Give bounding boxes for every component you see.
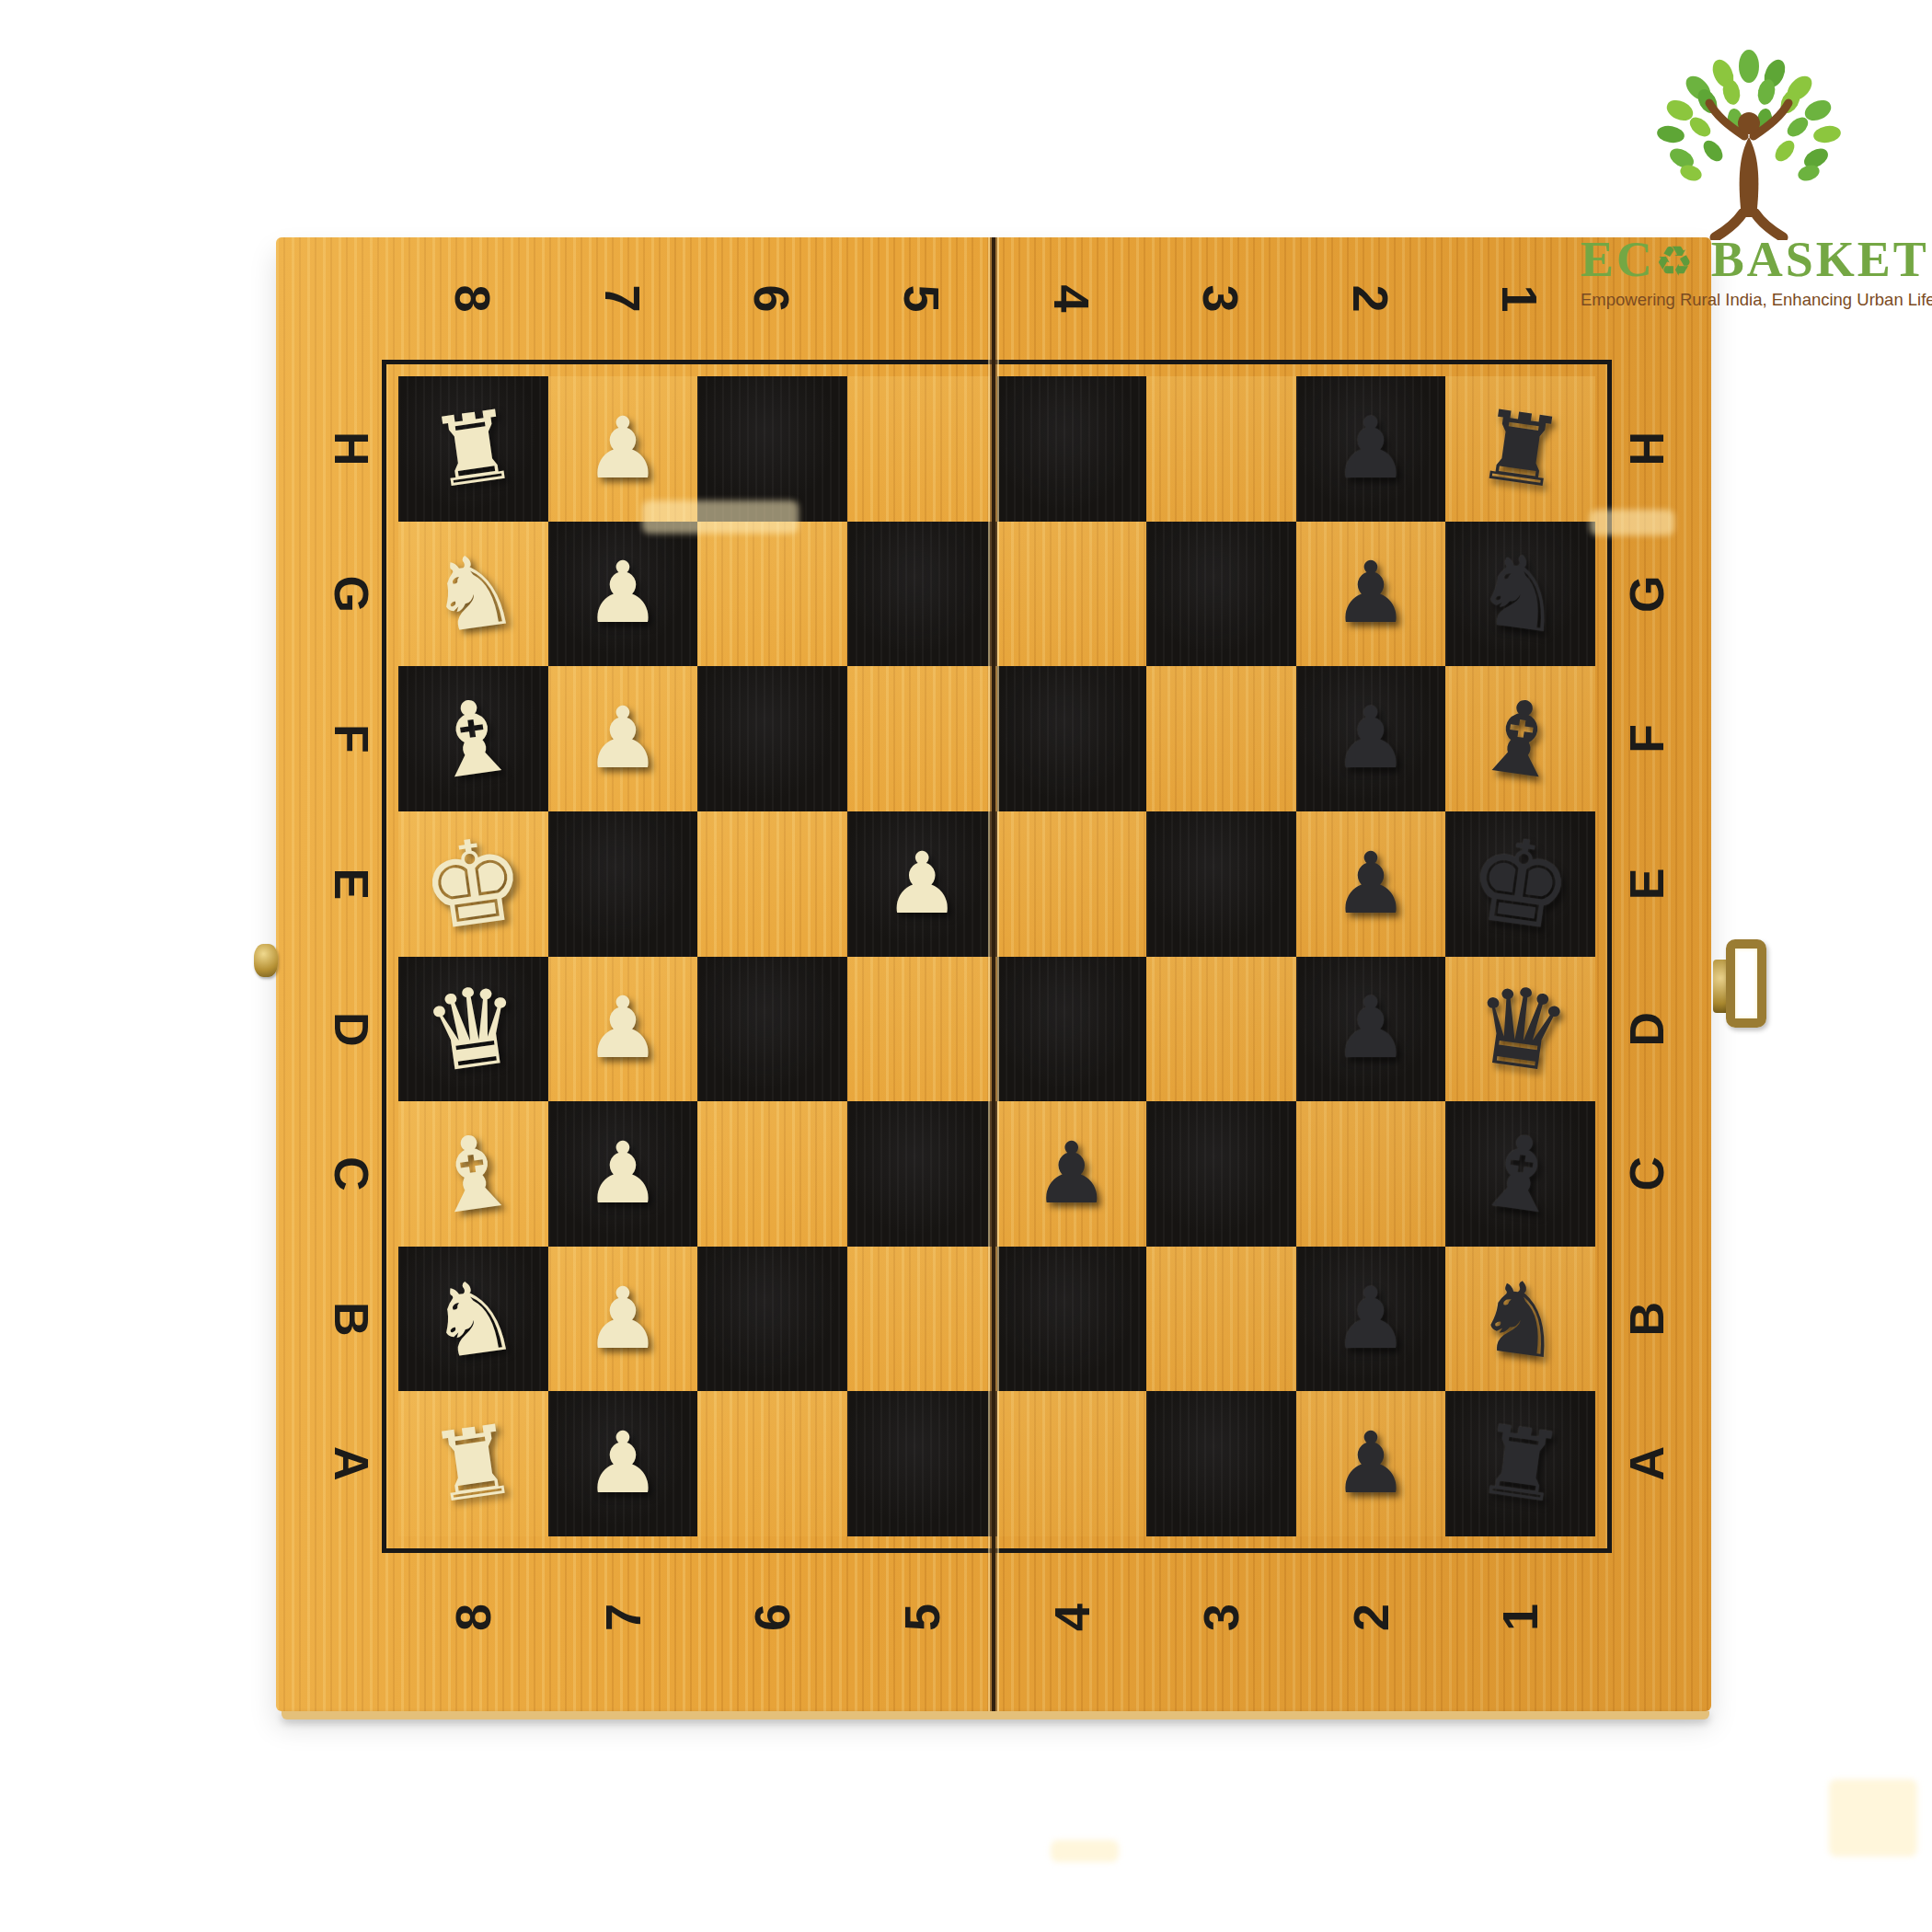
black-pawn-a2[interactable]: ♟ [1333, 1421, 1409, 1506]
square-a6[interactable] [697, 1391, 847, 1536]
rank-label-3: 3 [1156, 1543, 1285, 1693]
square-g5[interactable] [847, 522, 997, 667]
square-b7[interactable]: ♟ [548, 1247, 698, 1392]
white-pawn-d7[interactable]: ♟ [585, 986, 661, 1071]
square-h4[interactable] [997, 376, 1147, 522]
square-d7[interactable]: ♟ [548, 957, 698, 1102]
square-b8[interactable]: ♞ [398, 1247, 548, 1392]
white-pawn-f7[interactable]: ♟ [585, 696, 661, 781]
square-e4[interactable] [997, 811, 1147, 957]
black-pawn-e2[interactable]: ♟ [1333, 842, 1409, 926]
black-king-e1[interactable]: ♚ [1461, 819, 1580, 948]
square-g3[interactable] [1146, 522, 1296, 667]
white-queen-d8[interactable]: ♛ [418, 969, 529, 1090]
eco-basket-logo: EC♻ BASKET Empowering Rural India, Enhan… [1581, 42, 1917, 310]
square-b6[interactable] [697, 1247, 847, 1392]
wood-scuff [1829, 1779, 1917, 1857]
rank-label-5: 5 [857, 1543, 986, 1693]
rank-label-5: 5 [861, 224, 983, 374]
wood-scuff [642, 500, 799, 534]
square-e5[interactable]: ♟ [847, 811, 997, 957]
square-g2[interactable]: ♟ [1296, 522, 1446, 667]
square-a5[interactable] [847, 1391, 997, 1536]
white-bishop-c8[interactable]: ♝ [421, 1118, 525, 1231]
rank-label-4: 4 [1007, 1543, 1136, 1693]
black-rook-h1[interactable]: ♜ [1471, 396, 1570, 502]
white-knight-b8[interactable]: ♞ [422, 1263, 524, 1374]
fold-hinge [988, 237, 999, 1711]
rank-label-3: 3 [1160, 224, 1282, 374]
square-c2[interactable] [1296, 1101, 1446, 1247]
clasp-loop [1726, 939, 1766, 1028]
rank-label-8: 8 [412, 224, 535, 374]
square-a7[interactable]: ♟ [548, 1391, 698, 1536]
square-b4[interactable] [997, 1247, 1147, 1392]
white-king-e8[interactable]: ♚ [414, 819, 533, 948]
square-g4[interactable] [997, 522, 1147, 667]
square-d4[interactable] [997, 957, 1147, 1102]
logo-tree-icon [1597, 42, 1901, 240]
black-bishop-f1[interactable]: ♝ [1468, 683, 1572, 796]
square-a1[interactable]: ♜ [1445, 1391, 1595, 1536]
white-bishop-f8[interactable]: ♝ [421, 683, 525, 796]
square-f7[interactable]: ♟ [548, 666, 698, 811]
square-c7[interactable]: ♟ [548, 1101, 698, 1247]
product-photo: 87654321 87654321 HGFEDCBA HGFEDCBA ♜♟♟♜… [0, 0, 1932, 1932]
black-knight-b1[interactable]: ♞ [1469, 1263, 1571, 1374]
square-b3[interactable] [1146, 1247, 1296, 1392]
square-d8[interactable]: ♛ [398, 957, 548, 1102]
rank-label-7: 7 [558, 1543, 687, 1693]
file-labels-left: HGFEDCBA [315, 376, 388, 1536]
square-h2[interactable]: ♟ [1296, 376, 1446, 522]
black-knight-g1[interactable]: ♞ [1469, 538, 1571, 649]
rank-label-4: 4 [1010, 224, 1133, 374]
square-e1[interactable]: ♚ [1445, 811, 1595, 957]
square-c3[interactable] [1146, 1101, 1296, 1247]
square-a3[interactable] [1146, 1391, 1296, 1536]
square-e7[interactable] [548, 811, 698, 957]
square-h1[interactable]: ♜ [1445, 376, 1595, 522]
black-pawn-g2[interactable]: ♟ [1333, 551, 1409, 636]
square-h5[interactable] [847, 376, 997, 522]
square-c8[interactable]: ♝ [398, 1101, 548, 1247]
square-f8[interactable]: ♝ [398, 666, 548, 811]
square-e8[interactable]: ♚ [398, 811, 548, 957]
square-h6[interactable] [697, 376, 847, 522]
square-a4[interactable] [997, 1391, 1147, 1536]
wood-scuff [1590, 510, 1674, 535]
brand-tagline: Empowering Rural India, Enhancing Urban … [1581, 290, 1917, 310]
black-pawn-c4[interactable]: ♟ [1034, 1132, 1110, 1216]
rank-label-7: 7 [561, 224, 684, 374]
square-a8[interactable]: ♜ [398, 1391, 548, 1536]
square-d1[interactable]: ♛ [1445, 957, 1595, 1102]
square-b2[interactable]: ♟ [1296, 1247, 1446, 1392]
rank-label-1: 1 [1456, 1543, 1585, 1693]
square-e2[interactable]: ♟ [1296, 811, 1446, 957]
square-d6[interactable] [697, 957, 847, 1102]
square-b1[interactable]: ♞ [1445, 1247, 1595, 1392]
rank-label-2: 2 [1306, 1543, 1435, 1693]
wood-scuff [1051, 1840, 1119, 1862]
square-f3[interactable] [1146, 666, 1296, 811]
white-pawn-c7[interactable]: ♟ [585, 1132, 661, 1216]
chess-board: 87654321 87654321 HGFEDCBA HGFEDCBA ♜♟♟♜… [276, 237, 1711, 1711]
black-pawn-b2[interactable]: ♟ [1333, 1277, 1409, 1362]
rank-label-8: 8 [408, 1543, 537, 1693]
square-d3[interactable] [1146, 957, 1296, 1102]
square-a2[interactable]: ♟ [1296, 1391, 1446, 1536]
white-knight-g8[interactable]: ♞ [422, 538, 524, 649]
white-rook-h8[interactable]: ♜ [424, 396, 523, 502]
square-c5[interactable] [847, 1101, 997, 1247]
square-h7[interactable]: ♟ [548, 376, 698, 522]
square-f2[interactable]: ♟ [1296, 666, 1446, 811]
white-pawn-a7[interactable]: ♟ [585, 1421, 661, 1506]
rank-label-1: 1 [1459, 224, 1581, 374]
square-g1[interactable]: ♞ [1445, 522, 1595, 667]
square-e3[interactable] [1146, 811, 1296, 957]
rank-label-6: 6 [711, 224, 834, 374]
square-c1[interactable]: ♝ [1445, 1101, 1595, 1247]
square-b5[interactable] [847, 1247, 997, 1392]
white-pawn-g7[interactable]: ♟ [585, 551, 661, 636]
square-d5[interactable] [847, 957, 997, 1102]
black-pawn-d2[interactable]: ♟ [1333, 986, 1409, 1071]
square-g8[interactable]: ♞ [398, 522, 548, 667]
rank-label-2: 2 [1310, 224, 1432, 374]
square-c6[interactable] [697, 1101, 847, 1247]
square-h3[interactable] [1146, 376, 1296, 522]
square-f6[interactable] [697, 666, 847, 811]
square-f1[interactable]: ♝ [1445, 666, 1595, 811]
square-g6[interactable] [697, 522, 847, 667]
white-pawn-e5[interactable]: ♟ [884, 842, 960, 926]
file-labels-right: HGFEDCBA [1612, 376, 1682, 1536]
square-g7[interactable]: ♟ [548, 522, 698, 667]
black-bishop-c1[interactable]: ♝ [1468, 1118, 1572, 1231]
square-h8[interactable]: ♜ [398, 376, 548, 522]
brass-hinge-pin [254, 944, 278, 977]
black-pawn-f2[interactable]: ♟ [1333, 696, 1409, 781]
black-rook-a1[interactable]: ♜ [1471, 1410, 1570, 1517]
square-d2[interactable]: ♟ [1296, 957, 1446, 1102]
black-pawn-h2[interactable]: ♟ [1333, 407, 1409, 491]
brass-clasp [1713, 934, 1779, 1037]
brand-name: EC♻ BASKET [1581, 235, 1917, 284]
black-queen-d1[interactable]: ♛ [1465, 969, 1576, 1090]
square-c4[interactable]: ♟ [997, 1101, 1147, 1247]
white-rook-a8[interactable]: ♜ [424, 1410, 523, 1517]
square-f4[interactable] [997, 666, 1147, 811]
white-pawn-h7[interactable]: ♟ [585, 407, 661, 491]
recycle-icon: ♻ [1655, 236, 1696, 286]
rank-label-6: 6 [708, 1543, 837, 1693]
square-e6[interactable] [697, 811, 847, 957]
square-f5[interactable] [847, 666, 997, 811]
white-pawn-b7[interactable]: ♟ [585, 1277, 661, 1362]
